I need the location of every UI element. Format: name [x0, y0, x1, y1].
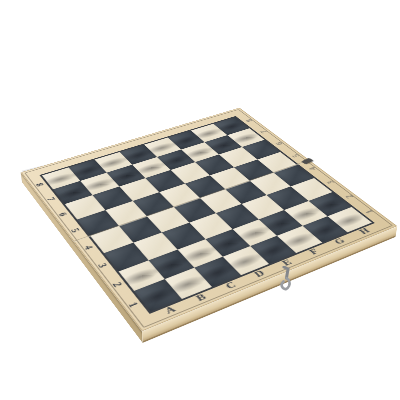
rook-glyph: ♜ — [137, 224, 179, 300]
square-a5[interactable] — [77, 210, 119, 236]
square-a6[interactable] — [65, 195, 106, 219]
chess-set-photo: ABCDEFGH 87654321 87654321 ♜♞♟♝♟♚♟♛♟♝♟♞♟… — [0, 0, 400, 400]
clasp-icon — [276, 266, 296, 294]
chess-board: ABCDEFGH 87654321 87654321 ♜♞♟♝♟♚♟♛♟♝♟♞♟… — [21, 108, 398, 332]
